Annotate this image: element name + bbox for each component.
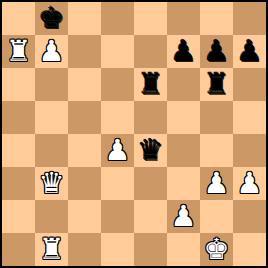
square-a5[interactable] [2, 101, 35, 134]
white-pawn[interactable]: ♟ [167, 200, 200, 233]
square-d4[interactable]: ♟ [101, 134, 134, 167]
square-d8[interactable] [101, 2, 134, 35]
square-g7[interactable]: ♟ [200, 35, 233, 68]
square-c8[interactable] [68, 2, 101, 35]
black-rook[interactable]: ♜ [134, 68, 167, 101]
square-g3[interactable]: ♟ [200, 167, 233, 200]
square-h3[interactable]: ♟ [233, 167, 266, 200]
white-pawn[interactable]: ♟ [200, 167, 233, 200]
square-e1[interactable] [134, 233, 167, 266]
white-queen[interactable]: ♛ [35, 167, 68, 200]
square-c7[interactable] [68, 35, 101, 68]
square-e7[interactable] [134, 35, 167, 68]
square-a4[interactable] [2, 134, 35, 167]
black-pawn[interactable]: ♟ [200, 35, 233, 68]
black-rook[interactable]: ♜ [200, 68, 233, 101]
square-a6[interactable] [2, 68, 35, 101]
square-f5[interactable] [167, 101, 200, 134]
square-c4[interactable] [68, 134, 101, 167]
square-f3[interactable] [167, 167, 200, 200]
square-g6[interactable]: ♜ [200, 68, 233, 101]
square-c5[interactable] [68, 101, 101, 134]
square-b1[interactable]: ♜ [35, 233, 68, 266]
square-f4[interactable] [167, 134, 200, 167]
square-b7[interactable]: ♟ [35, 35, 68, 68]
square-e2[interactable] [134, 200, 167, 233]
square-b2[interactable] [35, 200, 68, 233]
square-e6[interactable]: ♜ [134, 68, 167, 101]
square-c3[interactable] [68, 167, 101, 200]
square-h2[interactable] [233, 200, 266, 233]
square-h1[interactable] [233, 233, 266, 266]
square-b6[interactable] [35, 68, 68, 101]
square-h5[interactable] [233, 101, 266, 134]
square-c1[interactable] [68, 233, 101, 266]
square-g8[interactable] [200, 2, 233, 35]
square-a3[interactable] [2, 167, 35, 200]
square-h4[interactable] [233, 134, 266, 167]
square-f8[interactable] [167, 2, 200, 35]
white-rook[interactable]: ♜ [35, 233, 68, 266]
square-h6[interactable] [233, 68, 266, 101]
square-e4[interactable]: ♛ [134, 134, 167, 167]
square-e8[interactable] [134, 2, 167, 35]
square-h8[interactable] [233, 2, 266, 35]
black-king[interactable]: ♚ [35, 2, 68, 35]
square-d1[interactable] [101, 233, 134, 266]
square-h7[interactable]: ♟ [233, 35, 266, 68]
square-g5[interactable] [200, 101, 233, 134]
white-pawn[interactable]: ♟ [35, 35, 68, 68]
square-g1[interactable]: ♚ [200, 233, 233, 266]
white-pawn[interactable]: ♟ [233, 167, 266, 200]
square-d2[interactable] [101, 200, 134, 233]
square-d5[interactable] [101, 101, 134, 134]
square-d3[interactable] [101, 167, 134, 200]
white-king[interactable]: ♚ [200, 233, 233, 266]
black-queen[interactable]: ♛ [134, 134, 167, 167]
square-b8[interactable]: ♚ [35, 2, 68, 35]
white-pawn[interactable]: ♟ [101, 134, 134, 167]
square-c2[interactable] [68, 200, 101, 233]
square-g2[interactable] [200, 200, 233, 233]
black-pawn[interactable]: ♟ [233, 35, 266, 68]
square-b4[interactable] [35, 134, 68, 167]
black-pawn[interactable]: ♟ [167, 35, 200, 68]
square-a7[interactable]: ♜ [2, 35, 35, 68]
square-f7[interactable]: ♟ [167, 35, 200, 68]
square-b3[interactable]: ♛ [35, 167, 68, 200]
square-a8[interactable] [2, 2, 35, 35]
square-f1[interactable] [167, 233, 200, 266]
chess-board: ♚♜♟♟♟♟♜♜♟♛♛♟♟♟♜♚ [2, 2, 266, 266]
square-g4[interactable] [200, 134, 233, 167]
square-a1[interactable] [2, 233, 35, 266]
white-rook[interactable]: ♜ [2, 35, 35, 68]
square-f6[interactable] [167, 68, 200, 101]
square-b5[interactable] [35, 101, 68, 134]
square-e5[interactable] [134, 101, 167, 134]
square-f2[interactable]: ♟ [167, 200, 200, 233]
square-e3[interactable] [134, 167, 167, 200]
square-d6[interactable] [101, 68, 134, 101]
square-d7[interactable] [101, 35, 134, 68]
square-c6[interactable] [68, 68, 101, 101]
chess-board-frame: ♚♜♟♟♟♟♜♜♟♛♛♟♟♟♜♚ [0, 0, 268, 268]
square-a2[interactable] [2, 200, 35, 233]
